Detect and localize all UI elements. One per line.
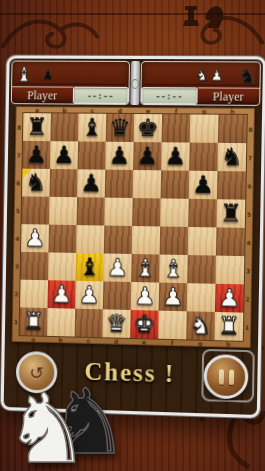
square-g1[interactable]: ♞ [186, 311, 215, 340]
square-a7[interactable]: ♟ [22, 141, 50, 169]
square-f2[interactable]: ♟ [159, 283, 188, 312]
square-a1[interactable]: ♜ [20, 307, 48, 335]
black-king-piece: ♚ [137, 116, 159, 140]
ornament-top-right-icon [169, 2, 265, 56]
white-pawn-piece: ♟ [218, 286, 240, 311]
square-c1[interactable] [75, 309, 103, 338]
player-right-panel: ♞ ♟ ♞ --:-- Player [140, 61, 261, 106]
white-rook-piece: ♜ [23, 309, 45, 333]
square-c5[interactable] [77, 197, 105, 225]
square-d4[interactable] [104, 226, 132, 254]
black-rook-piece: ♜ [26, 115, 48, 139]
black-pawn-piece: ♟ [80, 171, 102, 195]
square-c3[interactable]: ♝ [76, 253, 104, 281]
white-pawn-piece: ♟ [107, 256, 129, 280]
black-knight-piece: ♞ [221, 145, 243, 169]
square-e4[interactable] [132, 226, 160, 255]
square-h3[interactable] [215, 256, 244, 285]
square-g2[interactable] [187, 283, 216, 312]
square-g3[interactable] [187, 255, 216, 284]
square-f7[interactable]: ♟ [161, 142, 190, 170]
ornament-top-left-icon [0, 8, 100, 60]
square-c7[interactable] [78, 141, 106, 169]
white-knight-figurine: ♞ [4, 381, 90, 471]
black-pawn-piece: ♟ [53, 143, 75, 167]
black-bishop-piece: ♝ [79, 255, 101, 279]
square-a4[interactable]: ♟ [21, 224, 49, 252]
square-d5[interactable] [104, 198, 132, 226]
square-d7[interactable]: ♟ [105, 142, 133, 170]
top-bar-divider [130, 61, 140, 105]
square-e2[interactable]: ♟ [131, 282, 159, 311]
player-right-clock: --:-- [141, 87, 197, 104]
square-b4[interactable] [48, 225, 76, 253]
chess-board-frame: 87654321 87654321 abcdefgh abcdefgh ♜♝♛♚… [12, 106, 255, 348]
square-b1[interactable] [47, 308, 75, 337]
square-h7[interactable]: ♞ [217, 143, 246, 172]
white-pawn-piece: ♟ [162, 285, 184, 310]
chess-board: ♜♝♛♚♟♟♟♟♟♞♞♟♟♜♟♝♟♝♝♟♟♟♟♟♜♛♚♞♜ [20, 113, 247, 341]
white-bishop-piece: ♝ [162, 257, 184, 282]
black-rook-piece: ♜ [220, 201, 242, 226]
square-h2[interactable]: ♟ [215, 284, 244, 313]
square-a2[interactable] [20, 280, 48, 308]
square-g7[interactable] [189, 143, 218, 171]
square-d1[interactable]: ♛ [102, 309, 130, 338]
square-f8[interactable] [162, 114, 191, 142]
black-pawn-piece: ♟ [164, 144, 186, 168]
square-d8[interactable]: ♛ [106, 114, 134, 142]
square-f3[interactable]: ♝ [159, 255, 188, 284]
square-b7[interactable]: ♟ [50, 141, 78, 169]
square-c6[interactable]: ♟ [77, 169, 105, 197]
square-h1[interactable]: ♜ [214, 312, 243, 341]
black-bishop-piece: ♝ [81, 116, 103, 140]
white-king-piece: ♚ [133, 312, 155, 337]
captured-white-pawn-icon: ♟ [210, 67, 223, 83]
black-pawn-piece: ♟ [192, 173, 214, 197]
player-left-name: Player [12, 86, 73, 103]
white-pawn-piece: ♟ [134, 284, 156, 308]
square-b5[interactable] [49, 197, 77, 225]
white-rook-piece: ♜ [218, 314, 240, 339]
square-c4[interactable] [76, 225, 104, 253]
square-c8[interactable]: ♝ [78, 114, 106, 142]
white-bishop-icon: ♝ [15, 63, 33, 85]
square-h6[interactable] [217, 171, 246, 200]
pause-icon [218, 369, 223, 384]
white-knight-piece: ♞ [190, 313, 212, 338]
square-g4[interactable] [188, 227, 217, 256]
captured-white-knight-icon: ♞ [196, 67, 209, 83]
player-right-captured-tray: ♞ ♟ ♞ [141, 62, 260, 88]
black-knight-icon: ♞ [238, 64, 257, 86]
square-d2[interactable] [103, 281, 131, 310]
player-left-clock: --:-- [72, 87, 128, 104]
white-queen-piece: ♛ [106, 311, 128, 335]
square-b8[interactable] [50, 113, 78, 141]
square-h5[interactable]: ♜ [216, 199, 245, 228]
square-f5[interactable] [160, 198, 189, 227]
square-a5[interactable] [21, 196, 49, 224]
player-left-captured-tray: ♝ ♟ [12, 62, 128, 87]
black-knight-piece: ♞ [25, 171, 47, 195]
square-e7[interactable]: ♟ [133, 142, 161, 170]
black-pawn-piece: ♟ [136, 144, 158, 168]
square-g8[interactable] [190, 114, 219, 142]
white-pawn-piece: ♟ [24, 226, 46, 250]
square-g6[interactable]: ♟ [189, 171, 218, 200]
player-left-panel: ♝ ♟ Player --:-- [11, 61, 130, 105]
square-e5[interactable] [132, 198, 160, 226]
top-bar: ♝ ♟ Player --:-- ♞ ♟ ♞ --:-- Player [11, 61, 261, 106]
white-pawn-piece: ♟ [78, 283, 100, 307]
square-g5[interactable] [188, 199, 217, 228]
black-pawn-piece: ♟ [109, 144, 131, 168]
square-h4[interactable] [216, 227, 245, 256]
square-b2[interactable]: ♟ [48, 280, 76, 308]
square-a8[interactable]: ♜ [23, 113, 51, 141]
square-f1[interactable] [158, 311, 187, 340]
square-e3[interactable]: ♝ [131, 254, 159, 283]
square-b3[interactable] [48, 252, 76, 280]
square-f4[interactable] [160, 226, 189, 255]
square-d3[interactable]: ♟ [103, 253, 131, 282]
player-right-name: Player [197, 87, 260, 105]
white-bishop-piece: ♝ [134, 256, 156, 280]
square-e8[interactable]: ♚ [134, 114, 162, 142]
black-pawn-piece: ♟ [26, 143, 48, 167]
square-h8[interactable] [218, 115, 247, 143]
square-a3[interactable] [21, 252, 49, 280]
knight-figurines: ♞ ♞ [0, 361, 150, 471]
square-e6[interactable] [133, 170, 161, 198]
white-pawn-piece: ♟ [51, 282, 73, 306]
captured-black-pawn-icon: ♟ [42, 66, 55, 82]
square-e1[interactable]: ♚ [130, 310, 158, 339]
square-d6[interactable] [105, 170, 133, 198]
square-a6[interactable]: ♞ [22, 169, 50, 197]
square-b6[interactable] [49, 169, 77, 197]
square-f6[interactable] [161, 170, 190, 198]
square-c2[interactable]: ♟ [75, 281, 103, 310]
black-queen-piece: ♛ [109, 116, 131, 140]
